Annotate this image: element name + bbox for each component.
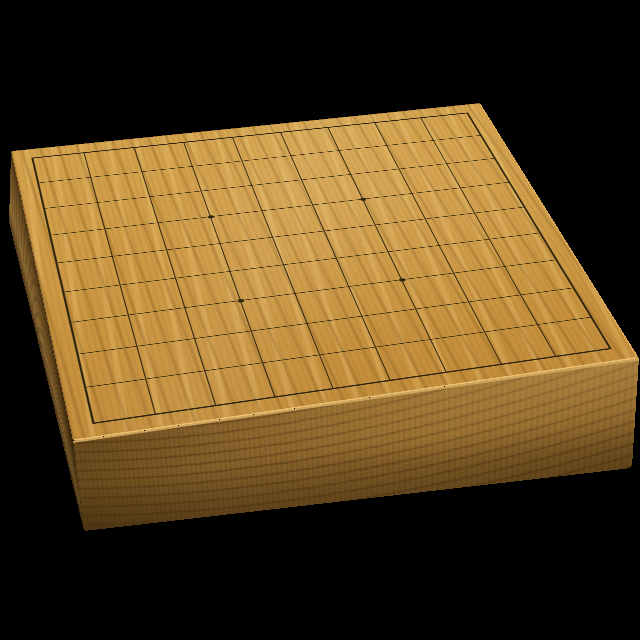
board-cell xyxy=(146,371,216,413)
board-cell xyxy=(86,379,155,422)
photo-background xyxy=(0,0,640,640)
